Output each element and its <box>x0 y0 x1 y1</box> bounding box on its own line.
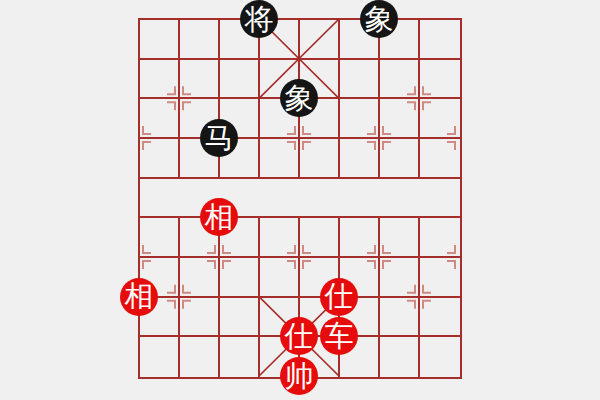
piece-red-elephant[interactable]: 相 <box>120 278 158 316</box>
piece-red-chariot[interactable]: 车 <box>320 317 358 355</box>
xiangqi-board: 将象象马相相仕仕车帅 <box>138 18 462 379</box>
xiangqi-app: 将象象马相相仕仕车帅 <box>0 0 600 400</box>
piece-black-general[interactable]: 将 <box>240 0 278 38</box>
piece-red-elephant[interactable]: 相 <box>200 198 238 236</box>
piece-red-advisor[interactable]: 仕 <box>320 278 358 316</box>
piece-black-elephant[interactable]: 象 <box>280 79 318 117</box>
piece-red-advisor[interactable]: 仕 <box>280 317 318 355</box>
piece-layer: 将象象马相相仕仕车帅 <box>139 19 459 376</box>
piece-red-general[interactable]: 帅 <box>280 357 318 395</box>
piece-black-horse[interactable]: 马 <box>200 119 238 157</box>
piece-black-elephant[interactable]: 象 <box>360 0 398 38</box>
